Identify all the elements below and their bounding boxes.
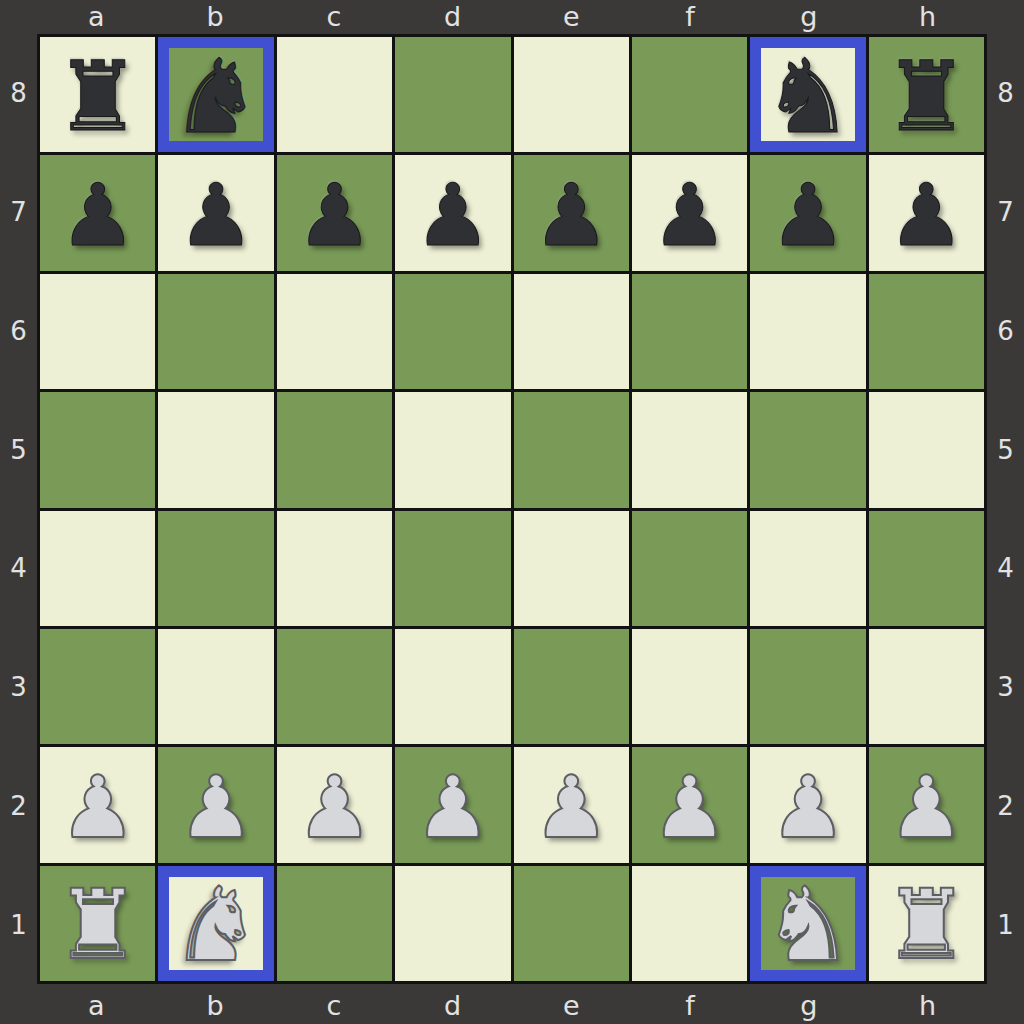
rank-label-right-4: 4 [987,509,1024,628]
square-d3[interactable] [395,629,510,744]
rank-label-right-5: 5 [987,390,1024,509]
square-g8[interactable]: ♞︎ [750,37,865,152]
square-a4[interactable] [40,511,155,626]
black-rook-h8[interactable]: ♜︎ [883,49,969,145]
square-b6[interactable] [158,274,273,389]
square-f8[interactable] [632,37,747,152]
square-f4[interactable] [632,511,747,626]
file-label-bottom-e: e [512,987,631,1024]
file-label-bottom-g: g [750,987,869,1024]
rank-label-right-6: 6 [987,272,1024,391]
square-b3[interactable] [158,629,273,744]
file-label-top-e: e [512,0,631,33]
white-pawn-c2[interactable]: ♟︎ [296,764,373,850]
white-pawn-g2[interactable]: ♟︎ [769,764,846,850]
file-label-top-a: a [37,0,156,33]
white-knight-b1[interactable]: ♞︎ [170,874,261,976]
file-label-top-f: f [631,0,750,33]
file-label-bottom-c: c [275,987,394,1024]
square-g6[interactable] [750,274,865,389]
square-b2[interactable]: ♟︎ [158,747,273,862]
square-c3[interactable] [277,629,392,744]
rank-labels-left: 87654321 [0,34,37,984]
square-b1[interactable]: ♞︎ [158,866,273,981]
square-e5[interactable] [514,392,629,507]
white-pawn-b2[interactable]: ♟︎ [178,764,255,850]
square-h4[interactable] [869,511,984,626]
file-label-top-c: c [275,0,394,33]
square-g4[interactable] [750,511,865,626]
white-pawn-d2[interactable]: ♟︎ [414,764,491,850]
square-f7[interactable]: ♟︎ [632,155,747,270]
file-labels-bottom: abcdefgh [37,987,987,1024]
rank-label-left-6: 6 [0,272,37,391]
square-h6[interactable] [869,274,984,389]
file-label-bottom-b: b [156,987,275,1024]
square-d1[interactable] [395,866,510,981]
board-frame: abcdefgh abcdefgh 87654321 87654321 ♜︎♞︎… [0,0,1024,1024]
square-e2[interactable]: ♟︎ [514,747,629,862]
square-c6[interactable] [277,274,392,389]
square-h8[interactable]: ♜︎ [869,37,984,152]
square-e3[interactable] [514,629,629,744]
square-c8[interactable] [277,37,392,152]
square-a6[interactable] [40,274,155,389]
square-f5[interactable] [632,392,747,507]
rank-label-left-3: 3 [0,628,37,747]
square-d5[interactable] [395,392,510,507]
black-knight-g8[interactable]: ♞︎ [762,46,853,148]
square-f2[interactable]: ♟︎ [632,747,747,862]
black-pawn-d7[interactable]: ♟︎ [414,172,491,258]
square-h2[interactable]: ♟︎ [869,747,984,862]
square-d7[interactable]: ♟︎ [395,155,510,270]
black-pawn-f7[interactable]: ♟︎ [651,172,728,258]
rank-label-right-1: 1 [987,865,1024,984]
square-d6[interactable] [395,274,510,389]
rank-label-left-2: 2 [0,747,37,866]
square-c2[interactable]: ♟︎ [277,747,392,862]
white-rook-a1[interactable]: ♜︎ [55,877,141,973]
file-label-top-g: g [750,0,869,33]
square-e6[interactable] [514,274,629,389]
white-pawn-f2[interactable]: ♟︎ [651,764,728,850]
square-a3[interactable] [40,629,155,744]
square-h5[interactable] [869,392,984,507]
square-b7[interactable]: ♟︎ [158,155,273,270]
square-e7[interactable]: ♟︎ [514,155,629,270]
file-label-bottom-a: a [37,987,156,1024]
square-c4[interactable] [277,511,392,626]
square-b5[interactable] [158,392,273,507]
black-pawn-c7[interactable]: ♟︎ [296,172,373,258]
square-e1[interactable] [514,866,629,981]
black-pawn-h7[interactable]: ♟︎ [888,172,965,258]
square-d4[interactable] [395,511,510,626]
rank-label-right-3: 3 [987,628,1024,747]
file-label-top-b: b [156,0,275,33]
rank-label-right-7: 7 [987,153,1024,272]
square-a5[interactable] [40,392,155,507]
square-a2[interactable]: ♟︎ [40,747,155,862]
square-d8[interactable] [395,37,510,152]
square-c5[interactable] [277,392,392,507]
square-f6[interactable] [632,274,747,389]
white-rook-h1[interactable]: ♜︎ [883,877,969,973]
file-label-bottom-d: d [393,987,512,1024]
white-knight-g1[interactable]: ♞︎ [762,874,853,976]
rank-label-left-7: 7 [0,153,37,272]
square-b8[interactable]: ♞︎ [158,37,273,152]
square-g5[interactable] [750,392,865,507]
file-labels-top: abcdefgh [37,0,987,33]
square-d2[interactable]: ♟︎ [395,747,510,862]
square-g3[interactable] [750,629,865,744]
black-pawn-g7[interactable]: ♟︎ [769,172,846,258]
square-c7[interactable]: ♟︎ [277,155,392,270]
square-a8[interactable]: ♜︎ [40,37,155,152]
rank-label-left-5: 5 [0,390,37,509]
rank-label-right-8: 8 [987,34,1024,153]
square-g1[interactable]: ♞︎ [750,866,865,981]
white-pawn-a2[interactable]: ♟︎ [59,764,136,850]
black-pawn-a7[interactable]: ♟︎ [59,172,136,258]
square-g2[interactable]: ♟︎ [750,747,865,862]
file-label-bottom-f: f [631,987,750,1024]
square-e8[interactable] [514,37,629,152]
square-h1[interactable]: ♜︎ [869,866,984,981]
white-pawn-e2[interactable]: ♟︎ [533,764,610,850]
square-g7[interactable]: ♟︎ [750,155,865,270]
square-b4[interactable] [158,511,273,626]
square-f3[interactable] [632,629,747,744]
square-c1[interactable] [277,866,392,981]
white-pawn-h2[interactable]: ♟︎ [888,764,965,850]
rank-label-left-1: 1 [0,865,37,984]
square-h7[interactable]: ♟︎ [869,155,984,270]
square-a1[interactable]: ♜︎ [40,866,155,981]
square-a7[interactable]: ♟︎ [40,155,155,270]
black-pawn-e7[interactable]: ♟︎ [533,172,610,258]
file-label-top-h: h [868,0,987,33]
file-label-bottom-h: h [868,987,987,1024]
square-f1[interactable] [632,866,747,981]
black-knight-b8[interactable]: ♞︎ [170,46,261,148]
rank-labels-right: 87654321 [987,34,1024,984]
square-h3[interactable] [869,629,984,744]
rank-label-left-8: 8 [0,34,37,153]
rank-label-right-2: 2 [987,747,1024,866]
chess-board: ♜︎♞︎♞︎♜︎♟︎♟︎♟︎♟︎♟︎♟︎♟︎♟︎♟︎♟︎♟︎♟︎♟︎♟︎♟︎♟︎… [37,34,987,984]
square-e4[interactable] [514,511,629,626]
black-pawn-b7[interactable]: ♟︎ [178,172,255,258]
file-label-top-d: d [393,0,512,33]
black-rook-a8[interactable]: ♜︎ [55,49,141,145]
rank-label-left-4: 4 [0,509,37,628]
